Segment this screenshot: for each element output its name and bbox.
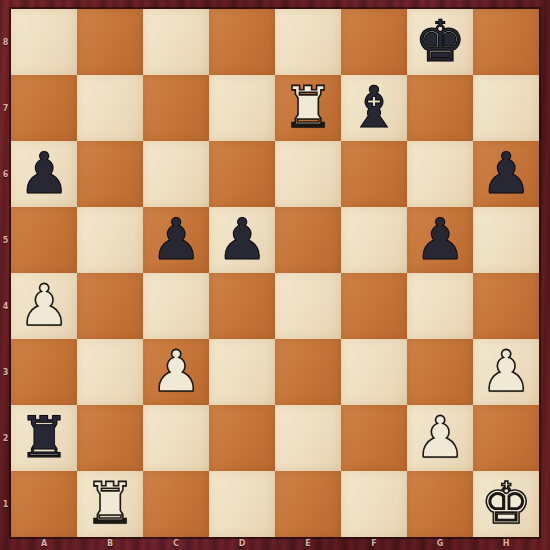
square-c3[interactable]: ♟ bbox=[143, 339, 209, 405]
square-a2[interactable]: ♜ bbox=[11, 405, 77, 471]
square-c6[interactable] bbox=[143, 141, 209, 207]
black-pawn[interactable]: ♟ bbox=[216, 211, 267, 268]
square-e4[interactable] bbox=[275, 273, 341, 339]
square-f2[interactable] bbox=[341, 405, 407, 471]
file-label-f: F bbox=[341, 537, 407, 550]
square-h5[interactable] bbox=[473, 207, 539, 273]
file-label-a: A bbox=[11, 537, 77, 550]
square-f5[interactable] bbox=[341, 207, 407, 273]
square-a8[interactable] bbox=[11, 9, 77, 75]
chess-board-frame: ♚♜♝♟♟♟♟♟♟♟♟♜♟♜♚ 87654321 ABCDEFGH bbox=[0, 0, 550, 550]
rank-label-3: 3 bbox=[0, 339, 11, 405]
white-pawn[interactable]: ♟ bbox=[414, 409, 465, 466]
square-h4[interactable] bbox=[473, 273, 539, 339]
rank-labels: 87654321 bbox=[0, 9, 11, 537]
black-king[interactable]: ♚ bbox=[414, 13, 465, 70]
black-pawn[interactable]: ♟ bbox=[18, 145, 69, 202]
file-labels: ABCDEFGH bbox=[11, 537, 539, 550]
square-c7[interactable] bbox=[143, 75, 209, 141]
file-label-g: G bbox=[407, 537, 473, 550]
rank-label-6: 6 bbox=[0, 141, 11, 207]
square-a3[interactable] bbox=[11, 339, 77, 405]
square-b1[interactable]: ♜ bbox=[77, 471, 143, 537]
square-g1[interactable] bbox=[407, 471, 473, 537]
square-h8[interactable] bbox=[473, 9, 539, 75]
square-c8[interactable] bbox=[143, 9, 209, 75]
square-d1[interactable] bbox=[209, 471, 275, 537]
square-e6[interactable] bbox=[275, 141, 341, 207]
square-f3[interactable] bbox=[341, 339, 407, 405]
white-pawn[interactable]: ♟ bbox=[150, 343, 201, 400]
rank-label-5: 5 bbox=[0, 207, 11, 273]
square-f6[interactable] bbox=[341, 141, 407, 207]
square-d2[interactable] bbox=[209, 405, 275, 471]
rank-label-7: 7 bbox=[0, 75, 11, 141]
square-d8[interactable] bbox=[209, 9, 275, 75]
square-g2[interactable]: ♟ bbox=[407, 405, 473, 471]
square-b5[interactable] bbox=[77, 207, 143, 273]
square-h6[interactable]: ♟ bbox=[473, 141, 539, 207]
square-b8[interactable] bbox=[77, 9, 143, 75]
square-b3[interactable] bbox=[77, 339, 143, 405]
square-g7[interactable] bbox=[407, 75, 473, 141]
square-g3[interactable] bbox=[407, 339, 473, 405]
square-c5[interactable]: ♟ bbox=[143, 207, 209, 273]
square-a4[interactable]: ♟ bbox=[11, 273, 77, 339]
file-label-e: E bbox=[275, 537, 341, 550]
square-a5[interactable] bbox=[11, 207, 77, 273]
square-f7[interactable]: ♝ bbox=[341, 75, 407, 141]
square-h2[interactable] bbox=[473, 405, 539, 471]
square-b2[interactable] bbox=[77, 405, 143, 471]
square-h7[interactable] bbox=[473, 75, 539, 141]
rank-label-4: 4 bbox=[0, 273, 11, 339]
square-f1[interactable] bbox=[341, 471, 407, 537]
square-e7[interactable]: ♜ bbox=[275, 75, 341, 141]
square-g6[interactable] bbox=[407, 141, 473, 207]
square-g8[interactable]: ♚ bbox=[407, 9, 473, 75]
black-pawn[interactable]: ♟ bbox=[480, 145, 531, 202]
rank-label-1: 1 bbox=[0, 471, 11, 537]
square-d4[interactable] bbox=[209, 273, 275, 339]
white-pawn[interactable]: ♟ bbox=[480, 343, 531, 400]
square-a7[interactable] bbox=[11, 75, 77, 141]
white-rook[interactable]: ♜ bbox=[84, 475, 135, 532]
square-g5[interactable]: ♟ bbox=[407, 207, 473, 273]
white-pawn[interactable]: ♟ bbox=[18, 277, 69, 334]
black-rook[interactable]: ♜ bbox=[18, 409, 69, 466]
square-d6[interactable] bbox=[209, 141, 275, 207]
square-b6[interactable] bbox=[77, 141, 143, 207]
rank-label-2: 2 bbox=[0, 405, 11, 471]
square-d5[interactable]: ♟ bbox=[209, 207, 275, 273]
file-label-b: B bbox=[77, 537, 143, 550]
square-e3[interactable] bbox=[275, 339, 341, 405]
square-e5[interactable] bbox=[275, 207, 341, 273]
black-pawn[interactable]: ♟ bbox=[414, 211, 465, 268]
square-f8[interactable] bbox=[341, 9, 407, 75]
square-c1[interactable] bbox=[143, 471, 209, 537]
square-d7[interactable] bbox=[209, 75, 275, 141]
square-f4[interactable] bbox=[341, 273, 407, 339]
black-pawn[interactable]: ♟ bbox=[150, 211, 201, 268]
chess-board: ♚♜♝♟♟♟♟♟♟♟♟♜♟♜♚ bbox=[11, 9, 539, 537]
square-h3[interactable]: ♟ bbox=[473, 339, 539, 405]
square-e2[interactable] bbox=[275, 405, 341, 471]
square-a6[interactable]: ♟ bbox=[11, 141, 77, 207]
black-bishop[interactable]: ♝ bbox=[348, 79, 399, 136]
square-a1[interactable] bbox=[11, 471, 77, 537]
square-h1[interactable]: ♚ bbox=[473, 471, 539, 537]
file-label-d: D bbox=[209, 537, 275, 550]
white-rook[interactable]: ♜ bbox=[282, 79, 333, 136]
square-b4[interactable] bbox=[77, 273, 143, 339]
file-label-h: H bbox=[473, 537, 539, 550]
square-c4[interactable] bbox=[143, 273, 209, 339]
file-label-c: C bbox=[143, 537, 209, 550]
square-e8[interactable] bbox=[275, 9, 341, 75]
square-e1[interactable] bbox=[275, 471, 341, 537]
square-d3[interactable] bbox=[209, 339, 275, 405]
white-king[interactable]: ♚ bbox=[480, 475, 531, 532]
square-c2[interactable] bbox=[143, 405, 209, 471]
square-b7[interactable] bbox=[77, 75, 143, 141]
rank-label-8: 8 bbox=[0, 9, 11, 75]
square-g4[interactable] bbox=[407, 273, 473, 339]
